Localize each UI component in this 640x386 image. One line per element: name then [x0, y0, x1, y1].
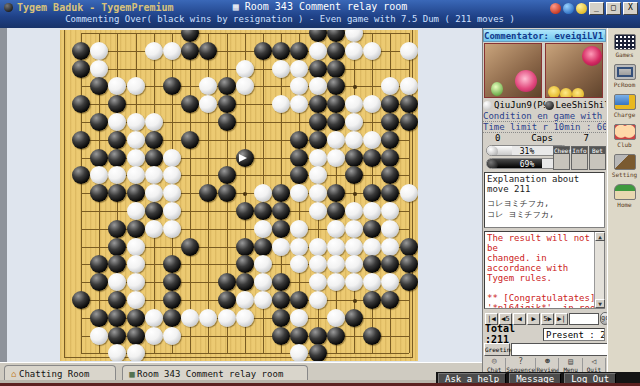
rose-decoration — [582, 46, 602, 66]
white-stone — [381, 77, 399, 95]
flower-decoration — [560, 88, 572, 98]
time-limit-row: Time limit r 10min : 60 Sec / — [483, 122, 606, 133]
black-stone — [218, 184, 236, 202]
white-stone — [290, 238, 308, 256]
black-stone — [272, 42, 290, 60]
game-status-line: Commenting Over( black wins by resignati… — [0, 14, 580, 24]
black-stone — [272, 309, 290, 327]
black-stone — [108, 238, 126, 256]
black-stone — [381, 255, 399, 273]
explanation-line: コレ ヨミチフカ, — [487, 209, 602, 220]
white-stone — [345, 42, 363, 60]
black-stone — [381, 113, 399, 131]
black-stone — [181, 42, 199, 60]
white-player-photo — [484, 43, 542, 98]
black-stone — [400, 238, 418, 256]
black-stone — [272, 327, 290, 345]
black-stone — [199, 184, 217, 202]
white-stone — [127, 291, 145, 309]
white-stone — [400, 77, 418, 95]
leaf-decoration — [491, 82, 503, 96]
chat-line: Tygem rules. — [487, 273, 602, 283]
black-stone — [236, 255, 254, 273]
white-stone — [309, 166, 327, 184]
white-stone — [127, 149, 145, 167]
rail-label: Club — [611, 141, 638, 148]
globe-icon[interactable] — [563, 3, 574, 14]
white-captures: 0 — [495, 133, 500, 143]
flower-decoration — [572, 88, 584, 98]
rail-item-pcroom[interactable]: PcRoom — [611, 64, 638, 88]
white-stone — [90, 166, 108, 184]
chat-line: The result will not be — [487, 233, 602, 253]
black-stone — [363, 184, 381, 202]
white-stone — [327, 149, 345, 167]
black-stone — [127, 309, 145, 327]
white-stone — [163, 166, 181, 184]
black-stone — [272, 291, 290, 309]
black-stone — [363, 220, 381, 238]
white-stone — [327, 238, 345, 256]
white-player-name: QiuJun9(P9D) — [483, 99, 545, 111]
white-stone — [145, 309, 163, 327]
star-point — [353, 192, 357, 196]
right-rail: GamesPcRoomChargeClubSettingHome — [607, 28, 640, 374]
greeting-button[interactable]: Greeting — [484, 343, 510, 356]
black-stone — [290, 131, 308, 149]
white-stone — [327, 220, 345, 238]
black-stone — [218, 273, 236, 291]
chat-scrollbar[interactable]: ▲ ▼ — [594, 232, 604, 308]
white-stone — [272, 95, 290, 113]
white-stone — [363, 238, 381, 256]
black-stone — [381, 95, 399, 113]
white-stone — [127, 273, 145, 291]
rail-item-charge[interactable]: Charge — [611, 94, 638, 118]
setting-icon — [614, 154, 636, 170]
black-stone — [218, 291, 236, 309]
white-stone — [108, 273, 126, 291]
white-stone — [163, 149, 181, 167]
rail-label: Charge — [611, 111, 638, 118]
star-point — [243, 192, 247, 196]
black-stone — [181, 30, 199, 42]
black-stone — [90, 184, 108, 202]
scroll-up-icon[interactable]: ▲ — [595, 232, 605, 241]
white-vote-bar: 31% — [486, 145, 568, 156]
black-stone-icon — [545, 101, 554, 110]
club-icon — [614, 124, 636, 140]
chat-line — [487, 283, 602, 293]
white-stone — [127, 77, 145, 95]
tab-label: Chatting Room — [19, 369, 89, 379]
black-stone — [163, 77, 181, 95]
rail-item-setting[interactable]: Setting — [611, 154, 638, 178]
black-stone — [72, 131, 90, 149]
white-stone — [400, 42, 418, 60]
black-stone — [90, 113, 108, 131]
white-stone — [108, 113, 126, 131]
white-stone — [381, 202, 399, 220]
black-stone — [327, 113, 345, 131]
chat-line: changed. in accordance with — [487, 253, 602, 273]
white-stone — [309, 77, 327, 95]
black-stone — [72, 166, 90, 184]
title-bar: Tygem Baduk - TygemPremium ▦ Room 343 Co… — [0, 0, 640, 28]
black-stone — [218, 77, 236, 95]
white-stone — [254, 220, 272, 238]
white-stone — [127, 344, 145, 361]
white-stone — [309, 184, 327, 202]
white-stone — [127, 113, 145, 131]
explanation-title: Explanation about move 211 — [487, 174, 602, 194]
black-captures: 7 — [584, 133, 589, 143]
condition-row: Condition en game with 7.5 D — [483, 111, 606, 122]
white-stone — [272, 60, 290, 78]
white-stone — [272, 238, 290, 256]
white-stone — [345, 30, 363, 42]
black-stone — [108, 95, 126, 113]
white-stone — [345, 202, 363, 220]
black-stone — [381, 184, 399, 202]
white-stone — [145, 220, 163, 238]
black-stone — [72, 60, 90, 78]
black-vote-bar: 69% — [486, 158, 568, 169]
white-stone — [290, 60, 308, 78]
white-stone — [363, 95, 381, 113]
black-stone — [345, 309, 363, 327]
black-stone — [327, 327, 345, 345]
tab-label: Room 343 Comment relay room — [137, 369, 283, 379]
black-stone — [363, 255, 381, 273]
white-stone — [254, 255, 272, 273]
white-stone — [145, 327, 163, 345]
rail-item-home[interactable]: Home — [611, 184, 638, 208]
white-stone — [127, 166, 145, 184]
black-stone — [400, 113, 418, 131]
black-stone — [381, 149, 399, 167]
black-stone — [272, 273, 290, 291]
bet-button[interactable]: Bet — [589, 146, 606, 170]
black-stone — [309, 113, 327, 131]
chat-line: ** [Congratulatates] — [487, 293, 602, 303]
nav-last-button[interactable]: ▶| — [555, 313, 568, 325]
black-stone — [181, 95, 199, 113]
white-stone — [290, 95, 308, 113]
black-stone — [254, 42, 272, 60]
black-stone — [381, 166, 399, 184]
flower-decoration — [548, 86, 560, 98]
white-stone — [163, 42, 181, 60]
chat-message-box[interactable]: The result will not bechanged. in accord… — [484, 231, 605, 309]
white-stone — [309, 273, 327, 291]
white-stone — [327, 309, 345, 327]
white-stone — [345, 220, 363, 238]
black-stone — [363, 149, 381, 167]
black-stone — [327, 95, 345, 113]
white-stone — [309, 202, 327, 220]
black-stone — [218, 95, 236, 113]
white-stone — [145, 166, 163, 184]
white-stone — [290, 184, 308, 202]
white-stone — [108, 166, 126, 184]
charge-icon — [614, 94, 636, 110]
black-player-name: LeeShiShil(P9D) — [545, 99, 607, 111]
white-stone — [127, 131, 145, 149]
quit-icon: ◁ — [588, 358, 600, 366]
rail-item-games[interactable]: Games — [611, 34, 638, 58]
review-icon: ☻ — [541, 358, 553, 366]
total-moves-label: Total :211 — [485, 323, 543, 345]
black-stone — [218, 113, 236, 131]
black-stone — [163, 273, 181, 291]
black-stone — [236, 238, 254, 256]
black-player-photo — [545, 43, 603, 98]
black-stone — [400, 255, 418, 273]
black-stone — [181, 131, 199, 149]
black-stone — [163, 255, 181, 273]
white-stone — [236, 60, 254, 78]
black-stone — [400, 95, 418, 113]
room-title: ▦ Room 343 Comment relay room — [0, 1, 640, 12]
black-stone — [127, 184, 145, 202]
black-stone — [236, 273, 254, 291]
black-stone — [218, 166, 236, 184]
black-vote-pct: 69% — [487, 159, 567, 169]
room-icon: ▦ — [233, 1, 245, 12]
white-stone — [345, 255, 363, 273]
chat-icon: ☺ — [488, 358, 500, 366]
white-stone — [90, 327, 108, 345]
white-stone-icon — [483, 101, 492, 110]
sequence-icon: ? — [515, 358, 527, 366]
black-stone — [72, 291, 90, 309]
explanation-line: コレヨミチフカ, — [487, 198, 602, 209]
board-border-line — [64, 30, 65, 358]
black-stone — [163, 291, 181, 309]
star-point — [353, 299, 357, 303]
black-stone — [345, 166, 363, 184]
black-stone — [145, 131, 163, 149]
info-button[interactable]: Info — [571, 146, 588, 170]
help-icon[interactable] — [550, 3, 561, 14]
black-stone — [108, 220, 126, 238]
black-stone — [309, 95, 327, 113]
black-stone — [254, 238, 272, 256]
black-stone — [327, 184, 345, 202]
white-stone — [163, 327, 181, 345]
white-stone — [363, 42, 381, 60]
white-stone — [381, 238, 399, 256]
white-stone — [363, 202, 381, 220]
black-stone — [72, 42, 90, 60]
white-stone — [145, 42, 163, 60]
games-icon — [614, 34, 636, 50]
menu-icon: ▤ — [565, 358, 577, 366]
black-stone — [90, 255, 108, 273]
black-stone — [72, 95, 90, 113]
black-stone — [400, 273, 418, 291]
black-stone — [254, 202, 272, 220]
white-stone — [345, 131, 363, 149]
white-stone — [290, 255, 308, 273]
white-stone — [90, 60, 108, 78]
black-stone — [145, 149, 163, 167]
black-stone — [90, 77, 108, 95]
white-stone — [236, 291, 254, 309]
white-stone — [108, 77, 126, 95]
black-stone — [272, 220, 290, 238]
white-stone — [163, 202, 181, 220]
black-stone — [327, 60, 345, 78]
black-stone — [381, 291, 399, 309]
white-stone — [309, 238, 327, 256]
present-move-box: Present : 211 — [543, 328, 605, 341]
close-button[interactable]: X — [623, 2, 638, 15]
rose-decoration — [515, 70, 537, 92]
black-stone — [345, 149, 363, 167]
white-stone — [236, 77, 254, 95]
white-stone — [127, 202, 145, 220]
black-stone — [145, 202, 163, 220]
white-stone — [290, 309, 308, 327]
black-stone — [127, 327, 145, 345]
black-stone — [108, 131, 126, 149]
white-stone — [345, 238, 363, 256]
black-stone — [199, 42, 217, 60]
window-left-strip — [0, 28, 7, 362]
white-stone — [108, 344, 126, 361]
move-number-input[interactable] — [569, 313, 599, 325]
white-stone — [345, 113, 363, 131]
black-stone — [90, 273, 108, 291]
scroll-down-icon[interactable]: ▼ — [595, 299, 605, 308]
minimize-button[interactable]: _ — [589, 2, 604, 15]
rail-label: PcRoom — [611, 81, 638, 88]
black-stone — [272, 184, 290, 202]
black-stone — [181, 238, 199, 256]
black-stone — [163, 309, 181, 327]
move-explanation-box[interactable]: Explanation about move 211 コレヨミチフカ, コレ ヨ… — [484, 172, 605, 228]
white-stone — [90, 42, 108, 60]
black-stone — [236, 202, 254, 220]
white-stone — [290, 77, 308, 95]
white-vote-pct: 31% — [487, 146, 567, 156]
white-stone — [309, 255, 327, 273]
black-stone — [90, 309, 108, 327]
black-stone — [108, 149, 126, 167]
white-stone — [127, 238, 145, 256]
black-stone — [327, 202, 345, 220]
black-stone — [309, 60, 327, 78]
black-stone — [327, 42, 345, 60]
black-stone — [290, 166, 308, 184]
white-stone — [199, 309, 217, 327]
black-stone — [309, 30, 327, 42]
white-stone — [381, 220, 399, 238]
white-stone — [163, 184, 181, 202]
rail-label: Setting — [611, 171, 638, 178]
rail-label: Games — [611, 51, 638, 58]
white-stone — [127, 255, 145, 273]
white-stone — [327, 131, 345, 149]
chat-line: '*pl64jgik*', in room 343 , — [487, 303, 602, 309]
white-stone — [163, 220, 181, 238]
white-stone — [327, 273, 345, 291]
white-stone — [254, 273, 272, 291]
white-stone — [199, 77, 217, 95]
white-stone — [345, 273, 363, 291]
star-point — [353, 85, 357, 89]
white-stone — [290, 344, 308, 361]
white-stone — [254, 184, 272, 202]
last-move-marker-icon — [239, 154, 247, 162]
white-stone — [363, 131, 381, 149]
black-stone — [327, 30, 345, 42]
black-stone — [290, 149, 308, 167]
white-stone — [199, 95, 217, 113]
commentator-banner: Commentator: eveiqiLV1(P1D — [483, 29, 606, 42]
white-stone — [381, 273, 399, 291]
go-board[interactable] — [60, 30, 418, 361]
white-stone — [290, 220, 308, 238]
white-stone — [309, 291, 327, 309]
rail-item-club[interactable]: Club — [611, 124, 638, 148]
black-stone — [127, 220, 145, 238]
black-stone — [108, 291, 126, 309]
black-stone — [290, 327, 308, 345]
captures-row: 0 Caps 7 — [483, 133, 601, 143]
black-stone — [108, 327, 126, 345]
white-stone — [309, 149, 327, 167]
white-stone — [327, 255, 345, 273]
black-stone — [363, 291, 381, 309]
rail-label: Home — [611, 201, 638, 208]
white-stone — [254, 291, 272, 309]
black-stone — [108, 255, 126, 273]
white-stone — [236, 309, 254, 327]
white-stone — [309, 42, 327, 60]
white-stone — [345, 95, 363, 113]
black-stone — [290, 42, 308, 60]
home-icon — [614, 184, 636, 200]
black-stone — [309, 131, 327, 149]
white-stone — [145, 184, 163, 202]
black-stone — [327, 77, 345, 95]
white-stone — [181, 309, 199, 327]
white-stone — [363, 273, 381, 291]
black-stone — [236, 149, 254, 167]
black-stone — [90, 149, 108, 167]
black-stone — [272, 202, 290, 220]
bulb-icon[interactable] — [576, 3, 587, 14]
white-stone — [145, 113, 163, 131]
black-stone — [290, 291, 308, 309]
black-stone — [108, 184, 126, 202]
pcroom-icon — [614, 64, 636, 80]
white-stone — [400, 184, 418, 202]
black-stone — [108, 309, 126, 327]
black-stone — [309, 327, 327, 345]
restore-button[interactable]: □ — [606, 2, 621, 15]
black-stone — [309, 344, 327, 361]
captures-label: Caps — [531, 133, 553, 143]
black-stone — [381, 131, 399, 149]
white-stone — [218, 309, 236, 327]
black-stone — [363, 327, 381, 345]
